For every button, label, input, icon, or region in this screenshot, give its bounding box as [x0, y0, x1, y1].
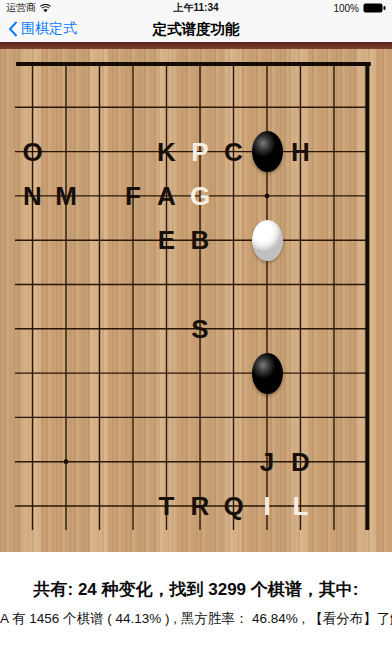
status-bar: 运营商 上午11:34 100%	[0, 0, 392, 16]
white-stone	[252, 220, 283, 261]
move-label-H[interactable]: H	[284, 129, 318, 173]
nav-bar: 定式谱度功能 围棋定式	[0, 16, 392, 42]
move-label-I[interactable]: I	[250, 484, 284, 528]
board-grid: OKPCHNMFAGEBSJDTRQIL	[16, 41, 385, 528]
move-label-K[interactable]: K	[150, 129, 184, 173]
stats-detail: A 有 1456 个棋谱 ( 44.13% ) , 黑方胜率： 46.84% ,…	[0, 610, 392, 628]
move-label-text: Q	[223, 493, 243, 519]
move-label-text: T	[159, 493, 175, 519]
move-label-text: L	[293, 493, 309, 519]
move-label-M[interactable]: M	[49, 174, 83, 218]
move-label-text: B	[191, 227, 210, 253]
back-button[interactable]: 围棋定式	[8, 20, 77, 38]
stone-white-Q15	[250, 218, 284, 262]
move-label-S[interactable]: S	[183, 307, 217, 351]
stats-detail-pre: A 有 1456 个棋谱 ( 44.13% ) , 黑方胜率： 46.84% ,	[0, 611, 309, 626]
view-distribution-link[interactable]: 【看分布】	[309, 611, 377, 626]
move-label-text: H	[291, 139, 310, 165]
battery-percent: 100%	[333, 3, 359, 14]
move-label-B[interactable]: B	[183, 218, 217, 262]
move-label-text: F	[125, 183, 141, 209]
move-label-N[interactable]: N	[16, 174, 50, 218]
app-screen: 运营商 上午11:34 100% 定式谱度功能 围棋定式	[0, 0, 392, 662]
move-label-C[interactable]: C	[217, 129, 251, 173]
move-label-text: D	[291, 449, 310, 475]
move-label-J[interactable]: J	[250, 440, 284, 484]
wifi-icon	[40, 4, 51, 13]
move-label-text: N	[23, 183, 42, 209]
move-label-text: M	[55, 183, 77, 209]
move-label-G[interactable]: G	[183, 174, 217, 218]
stats-detail-post: 了解全部信息	[377, 611, 392, 626]
move-label-O[interactable]: O	[16, 129, 50, 173]
move-label-text: O	[22, 139, 42, 165]
move-label-text: G	[190, 183, 210, 209]
move-label-text: S	[191, 316, 208, 342]
move-label-text: J	[260, 449, 274, 475]
stone-black-Q12	[250, 351, 284, 395]
move-label-E[interactable]: E	[150, 218, 184, 262]
carrier-label: 运营商	[6, 1, 36, 15]
battery-icon	[363, 3, 386, 13]
move-label-F[interactable]: F	[116, 174, 150, 218]
move-label-text: A	[157, 183, 176, 209]
move-label-Q[interactable]: Q	[217, 484, 251, 528]
stone-black-Q17	[250, 129, 284, 173]
footer: 共有: 24 种变化，找到 3299 个棋谱，其中: A 有 1456 个棋谱 …	[0, 552, 392, 662]
move-label-R[interactable]: R	[183, 484, 217, 528]
move-label-text: R	[191, 493, 210, 519]
go-board: OKPCHNMFAGEBSJDTRQIL	[0, 42, 392, 552]
black-stone	[252, 131, 283, 172]
move-label-text: E	[158, 227, 175, 253]
move-label-text: C	[224, 139, 243, 165]
move-label-L[interactable]: L	[284, 484, 318, 528]
move-label-A[interactable]: A	[150, 174, 184, 218]
move-label-text: K	[157, 139, 176, 165]
move-label-P[interactable]: P	[183, 129, 217, 173]
move-label-text: P	[191, 139, 208, 165]
move-label-text: I	[263, 493, 270, 519]
back-label: 围棋定式	[21, 20, 77, 38]
move-label-D[interactable]: D	[284, 440, 318, 484]
black-stone	[252, 353, 283, 394]
move-label-T[interactable]: T	[150, 484, 184, 528]
time-label: 上午11:34	[173, 1, 218, 15]
stats-summary: 共有: 24 种变化，找到 3299 个棋谱，其中:	[0, 578, 392, 601]
back-chevron-icon	[8, 21, 18, 37]
